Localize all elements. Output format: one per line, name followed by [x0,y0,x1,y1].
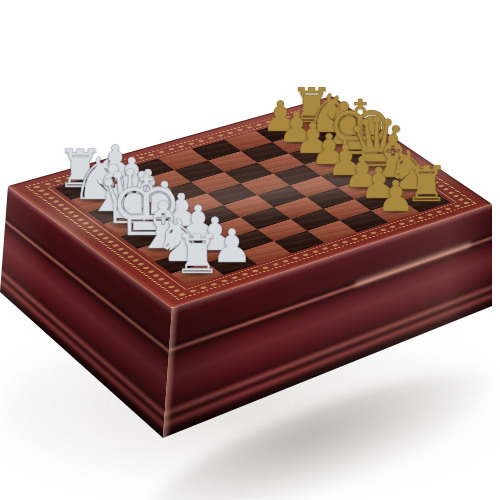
reflection-highlight [354,241,471,287]
product-photo-scene: ♜♟♞♟♝♟♚♟♛♟♝♟♟♜♞♟♟♞♜♟♟♝♟♛♟♚♟♝♟♞♟♜ [0,0,500,500]
